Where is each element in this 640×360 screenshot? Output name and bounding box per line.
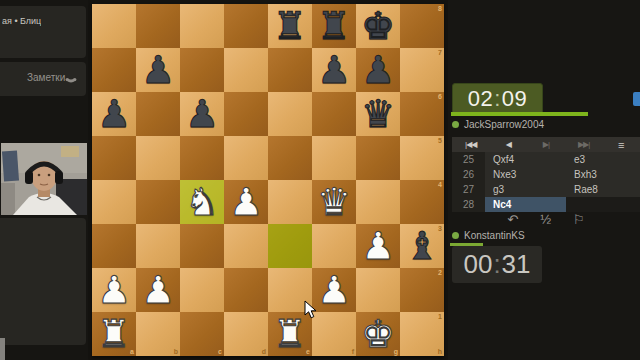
- square-h6[interactable]: 6: [400, 92, 444, 136]
- square-a2[interactable]: ♟: [92, 268, 136, 312]
- piece-black-queen-g6[interactable]: ♛: [356, 92, 400, 136]
- move-navbar: |◀◀ ◀ ▶| ▶▶| ≡: [452, 137, 640, 152]
- resign-button[interactable]: ⚐: [573, 212, 585, 228]
- rank-label-5: 5: [438, 137, 442, 144]
- square-c5[interactable]: [180, 136, 224, 180]
- move-black-28[interactable]: [566, 197, 640, 212]
- square-g6[interactable]: ♛: [356, 92, 400, 136]
- square-e5[interactable]: [268, 136, 312, 180]
- file-label-e: e: [306, 348, 310, 355]
- move-number: 28: [452, 197, 485, 212]
- player-top[interactable]: JackSparrow2004: [452, 117, 544, 131]
- game-info-panel: ая • Блиц: [0, 6, 86, 58]
- online-dot: [452, 121, 459, 128]
- square-g7[interactable]: ♟: [356, 48, 400, 92]
- game-panel: 02:09 JackSparrow2004 |◀◀ ◀ ▶| ▶▶| ≡ 25Q…: [448, 0, 640, 360]
- square-d8[interactable]: [224, 4, 268, 48]
- square-c8[interactable]: [180, 4, 224, 48]
- piece-black-pawn-f7[interactable]: ♟: [312, 48, 356, 92]
- move-black-25[interactable]: e3: [566, 152, 640, 167]
- square-g4[interactable]: [356, 180, 400, 224]
- move-white-26[interactable]: Nxe3: [485, 167, 566, 182]
- phone-icon: [64, 71, 78, 85]
- clock-top-colon: :: [493, 86, 502, 112]
- piece-black-pawn-g7[interactable]: ♟: [356, 48, 400, 92]
- square-f2[interactable]: ♟: [312, 268, 356, 312]
- square-f8[interactable]: ♜: [312, 4, 356, 48]
- move-number: 26: [452, 167, 485, 182]
- move-white-28[interactable]: Nc4: [485, 197, 566, 212]
- player-bottom[interactable]: KonstantinKS: [452, 228, 525, 242]
- square-b4[interactable]: [136, 180, 180, 224]
- rank-label-4: 4: [438, 181, 442, 188]
- square-h5[interactable]: 5: [400, 136, 444, 180]
- square-f6[interactable]: [312, 92, 356, 136]
- square-c4[interactable]: ♞: [180, 180, 224, 224]
- move-list: 25Qxf4e326Nxe3Bxh327g3Rae828Nc4: [452, 152, 640, 212]
- rank-label-6: 6: [438, 93, 442, 100]
- left-sidebar: ая • Блиц Заметки: [0, 0, 88, 360]
- square-f7[interactable]: ♟: [312, 48, 356, 92]
- square-g2[interactable]: [356, 268, 400, 312]
- square-h2[interactable]: 2: [400, 268, 444, 312]
- game-actions: ↶ ½ ⚐: [452, 212, 640, 228]
- square-a8[interactable]: [92, 4, 136, 48]
- square-c1[interactable]: c: [180, 312, 224, 356]
- square-g3[interactable]: ♟: [356, 224, 400, 268]
- blue-chip-button[interactable]: [633, 92, 640, 106]
- square-e8[interactable]: ♜: [268, 4, 312, 48]
- file-label-b: b: [174, 348, 178, 355]
- move-black-27[interactable]: Rae8: [566, 182, 640, 197]
- square-g1[interactable]: ♚g: [356, 312, 400, 356]
- clock-top-minutes: 02: [468, 86, 493, 112]
- piece-black-king-g8[interactable]: ♚: [356, 4, 400, 48]
- takeback-button[interactable]: ↶: [507, 212, 518, 228]
- rank-label-2: 2: [438, 269, 442, 276]
- previous-move-button[interactable]: ◀: [490, 140, 528, 149]
- square-h7[interactable]: 7: [400, 48, 444, 92]
- next-move-button[interactable]: ▶|: [527, 140, 565, 149]
- square-e7[interactable]: [268, 48, 312, 92]
- square-c7[interactable]: [180, 48, 224, 92]
- move-row-28: 28Nc4: [452, 197, 640, 212]
- piece-white-queen-f4[interactable]: ♛: [312, 180, 356, 224]
- square-b2[interactable]: ♟: [136, 268, 180, 312]
- clock-bottom: 00:31: [452, 246, 542, 283]
- square-h3[interactable]: ♝3: [400, 224, 444, 268]
- clock-bottom-colon: :: [492, 249, 501, 280]
- mouse-cursor: [304, 300, 318, 320]
- square-a1[interactable]: ♜a: [92, 312, 136, 356]
- file-label-h: h: [438, 348, 442, 355]
- square-b3[interactable]: [136, 224, 180, 268]
- square-d3[interactable]: [224, 224, 268, 268]
- piece-black-pawn-a6[interactable]: ♟: [92, 92, 136, 136]
- file-label-d: d: [262, 348, 266, 355]
- piece-black-rook-f8[interactable]: ♜: [312, 4, 356, 48]
- piece-white-pawn-a2[interactable]: ♟: [92, 268, 136, 312]
- game-info-text: ая • Блиц: [2, 16, 41, 26]
- square-c3[interactable]: [180, 224, 224, 268]
- sidebar-lower-panel: [0, 218, 86, 345]
- square-g5[interactable]: [356, 136, 400, 180]
- square-e6[interactable]: [268, 92, 312, 136]
- last-move-button[interactable]: ▶▶|: [565, 140, 603, 149]
- active-turn-bar: [451, 112, 588, 116]
- square-b1[interactable]: b: [136, 312, 180, 356]
- piece-black-pawn-b7[interactable]: ♟: [136, 48, 180, 92]
- piece-white-pawn-f2[interactable]: ♟: [312, 268, 356, 312]
- square-d6[interactable]: [224, 92, 268, 136]
- piece-white-knight-c4[interactable]: ♞: [180, 180, 224, 224]
- square-f5[interactable]: [312, 136, 356, 180]
- piece-white-pawn-g3[interactable]: ♟: [356, 224, 400, 268]
- square-d5[interactable]: [224, 136, 268, 180]
- move-row-26: 26Nxe3Bxh3: [452, 167, 640, 182]
- square-d2[interactable]: [224, 268, 268, 312]
- square-f4[interactable]: ♛: [312, 180, 356, 224]
- move-number: 25: [452, 152, 485, 167]
- notes-panel[interactable]: Заметки: [0, 62, 86, 96]
- square-a3[interactable]: [92, 224, 136, 268]
- webcam-feed: [1, 143, 87, 215]
- square-b6[interactable]: [136, 92, 180, 136]
- square-c2[interactable]: [180, 268, 224, 312]
- piece-black-rook-e8[interactable]: ♜: [268, 4, 312, 48]
- square-b8[interactable]: [136, 4, 180, 48]
- file-label-c: c: [218, 348, 222, 355]
- file-label-f: f: [352, 348, 354, 355]
- square-h4[interactable]: 4: [400, 180, 444, 224]
- first-move-button[interactable]: |◀◀: [452, 140, 490, 149]
- clock-top-active: 02:09: [452, 83, 543, 115]
- square-a5[interactable]: [92, 136, 136, 180]
- rank-label-3: 3: [438, 225, 442, 232]
- chess-board[interactable]: ♜♜♚8♟♟♟7♟♟♛65♞♟♛4♟♝3♟♟♟2♜abcd♜ef♚g1h: [92, 4, 444, 356]
- clock-top-seconds: 09: [502, 86, 527, 112]
- square-d7[interactable]: [224, 48, 268, 92]
- square-b7[interactable]: ♟: [136, 48, 180, 92]
- gray-notch: [0, 338, 5, 360]
- move-number: 27: [452, 182, 485, 197]
- move-white-27[interactable]: g3: [485, 182, 566, 197]
- square-a7[interactable]: [92, 48, 136, 92]
- square-a6[interactable]: ♟: [92, 92, 136, 136]
- rank-label-8: 8: [438, 5, 442, 12]
- square-c6[interactable]: ♟: [180, 92, 224, 136]
- piece-black-pawn-c6[interactable]: ♟: [180, 92, 224, 136]
- draw-offer-button[interactable]: ½: [540, 212, 551, 228]
- player-bottom-name: KonstantinKS: [464, 230, 525, 241]
- clock-bottom-seconds: 31: [502, 249, 531, 280]
- player-top-name: JackSparrow2004: [464, 119, 544, 130]
- square-a4[interactable]: [92, 180, 136, 224]
- square-e3[interactable]: [268, 224, 312, 268]
- move-row-27: 27g3Rae8: [452, 182, 640, 197]
- square-b5[interactable]: [136, 136, 180, 180]
- piece-white-pawn-b2[interactable]: ♟: [136, 268, 180, 312]
- clock-bottom-minutes: 00: [463, 249, 492, 280]
- square-f1[interactable]: f: [312, 312, 356, 356]
- rank-label-1: 1: [438, 313, 442, 320]
- online-dot: [452, 232, 459, 239]
- notes-label: Заметки: [27, 72, 65, 83]
- file-label-a: a: [130, 348, 134, 355]
- square-d1[interactable]: d: [224, 312, 268, 356]
- square-e4[interactable]: [268, 180, 312, 224]
- square-h8[interactable]: 8: [400, 4, 444, 48]
- square-d4[interactable]: ♟: [224, 180, 268, 224]
- square-g8[interactable]: ♚: [356, 4, 400, 48]
- piece-white-pawn-d4[interactable]: ♟: [224, 180, 268, 224]
- menu-icon[interactable]: ≡: [602, 139, 640, 151]
- square-f3[interactable]: [312, 224, 356, 268]
- move-white-25[interactable]: Qxf4: [485, 152, 566, 167]
- move-row-25: 25Qxf4e3: [452, 152, 640, 167]
- file-label-g: g: [394, 348, 398, 355]
- square-h1[interactable]: 1h: [400, 312, 444, 356]
- rank-label-7: 7: [438, 49, 442, 56]
- move-black-26[interactable]: Bxh3: [566, 167, 640, 182]
